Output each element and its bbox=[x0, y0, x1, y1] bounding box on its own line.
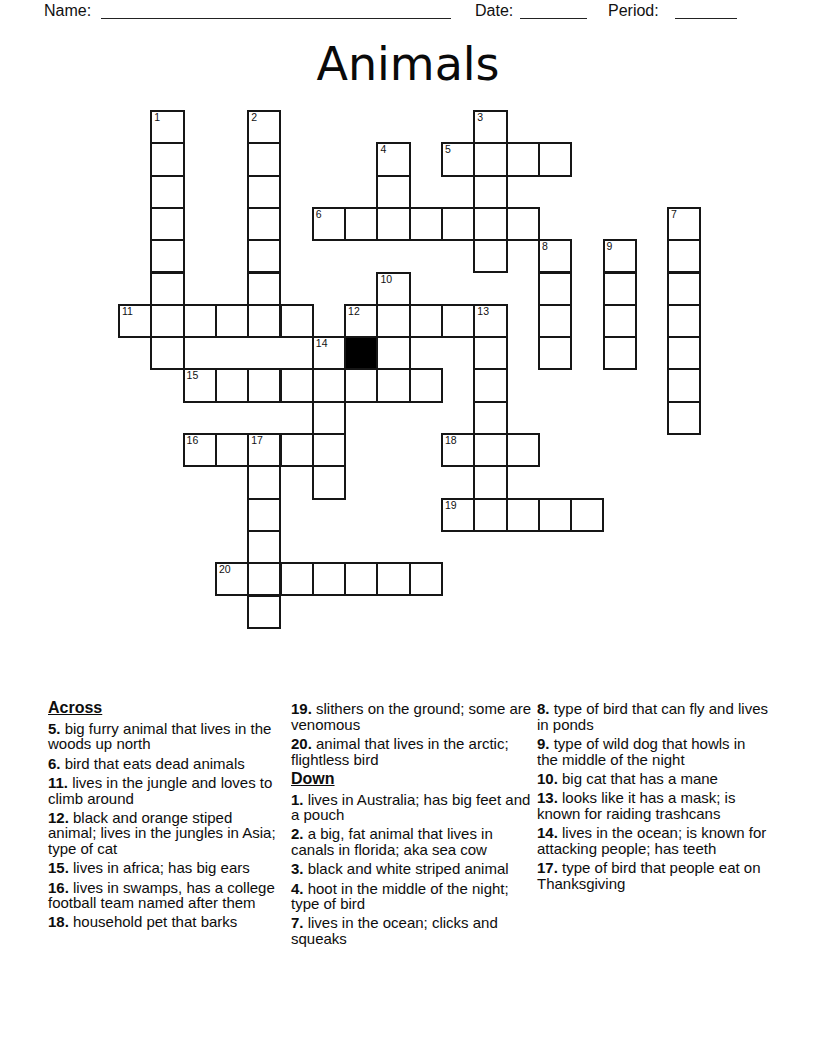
clue-number-cell-label: 16 bbox=[187, 435, 199, 446]
grid-cell[interactable] bbox=[247, 595, 281, 629]
grid-cell[interactable] bbox=[473, 142, 507, 176]
grid-cell[interactable] bbox=[247, 207, 281, 241]
grid-cell[interactable] bbox=[376, 207, 410, 241]
clue-number: 2. bbox=[291, 825, 304, 842]
grid-cell[interactable]: 10 bbox=[376, 272, 410, 306]
grid-cell[interactable]: 17 bbox=[247, 433, 281, 467]
grid-cell[interactable] bbox=[473, 498, 507, 532]
grid-cell[interactable] bbox=[150, 142, 184, 176]
grid-cell[interactable] bbox=[603, 304, 637, 338]
grid-cell[interactable] bbox=[538, 498, 572, 532]
clue-number-cell-label: 7 bbox=[671, 209, 677, 220]
clue-12: 12. black and orange stiped animal; live… bbox=[48, 810, 276, 857]
grid-cell[interactable] bbox=[150, 175, 184, 209]
grid-cell[interactable] bbox=[473, 368, 507, 402]
clue-18: 18. household pet that barks bbox=[48, 914, 276, 930]
grid-cell[interactable] bbox=[473, 401, 507, 435]
grid-cell[interactable] bbox=[344, 562, 378, 596]
grid-cell[interactable]: 19 bbox=[441, 498, 475, 532]
grid-cell[interactable] bbox=[538, 304, 572, 338]
crossword-grid: 1234567891011121314151617181920 bbox=[0, 0, 816, 700]
clue-19: 19. slithers on the ground; some are ven… bbox=[291, 701, 534, 732]
clue-10: 10. big cat that has a mane bbox=[537, 771, 770, 787]
clue-number: 15. bbox=[48, 859, 69, 876]
grid-cell[interactable] bbox=[603, 336, 637, 370]
grid-cell[interactable] bbox=[506, 142, 540, 176]
clue-11: 11. lives in the jungle and loves to cli… bbox=[48, 775, 276, 806]
grid-cell[interactable] bbox=[506, 498, 540, 532]
grid-cell[interactable]: 1 bbox=[150, 110, 184, 144]
grid-cell[interactable] bbox=[667, 336, 701, 370]
clue-14: 14. lives in the ocean; is known for att… bbox=[537, 825, 770, 856]
merged-blank-region bbox=[183, 336, 314, 370]
clue-number: 6. bbox=[48, 755, 61, 772]
grid-cell[interactable] bbox=[150, 272, 184, 306]
grid-cell[interactable] bbox=[150, 304, 184, 338]
clue-number-cell-label: 2 bbox=[251, 112, 257, 123]
clue-number-cell-label: 13 bbox=[477, 306, 489, 317]
grid-cell[interactable]: 9 bbox=[603, 239, 637, 273]
grid-cell[interactable] bbox=[473, 433, 507, 467]
clue-3: 3. black and white striped animal bbox=[291, 861, 534, 877]
clue-number: 3. bbox=[291, 860, 304, 877]
grid-cell[interactable]: 18 bbox=[441, 433, 475, 467]
grid-cell[interactable] bbox=[667, 272, 701, 306]
grid-cell[interactable] bbox=[667, 401, 701, 435]
down-heading: Down bbox=[291, 771, 534, 787]
clue-9: 9. type of wild dog that howls in the mi… bbox=[537, 736, 770, 767]
clue-20: 20. animal that lives in the arctic; fli… bbox=[291, 736, 534, 767]
grid-cell[interactable] bbox=[183, 304, 217, 338]
clue-number-cell-label: 6 bbox=[316, 209, 322, 220]
clue-col-1: Across5. big furry animal that lives in … bbox=[48, 700, 276, 934]
clue-number: 14. bbox=[537, 824, 558, 841]
grid-cell[interactable]: 15 bbox=[183, 368, 217, 402]
clue-15: 15. lives in africa; has big ears bbox=[48, 860, 276, 876]
grid-cell[interactable] bbox=[409, 207, 443, 241]
grid-cell[interactable] bbox=[312, 368, 346, 402]
grid-cell[interactable] bbox=[667, 239, 701, 273]
grid-cell[interactable]: 20 bbox=[215, 562, 249, 596]
grid-cell[interactable] bbox=[473, 465, 507, 499]
grid-cell[interactable] bbox=[247, 175, 281, 209]
grid-cell[interactable] bbox=[538, 336, 572, 370]
grid-cell[interactable] bbox=[280, 304, 314, 338]
clue-number: 7. bbox=[291, 914, 304, 931]
clue-13: 13. looks like it has a mask; is known f… bbox=[537, 790, 770, 821]
clue-number: 8. bbox=[537, 700, 550, 717]
clue-number-cell-label: 9 bbox=[607, 241, 613, 252]
grid-cell[interactable] bbox=[409, 368, 443, 402]
clue-number-cell-label: 19 bbox=[445, 500, 457, 511]
grid-cell[interactable] bbox=[376, 336, 410, 370]
grid-cell[interactable] bbox=[150, 207, 184, 241]
clue-number-cell-label: 1 bbox=[154, 112, 160, 123]
grid-cell[interactable] bbox=[247, 272, 281, 306]
grid-cell[interactable] bbox=[344, 207, 378, 241]
clue-1: 1. lives in Australia; has big feet and … bbox=[291, 792, 534, 823]
grid-cell[interactable]: 12 bbox=[344, 304, 378, 338]
grid-cell[interactable] bbox=[603, 272, 637, 306]
grid-cell[interactable] bbox=[376, 562, 410, 596]
grid-cell[interactable] bbox=[538, 272, 572, 306]
across-heading: Across bbox=[48, 700, 276, 716]
grid-cell[interactable]: 11 bbox=[118, 304, 152, 338]
grid-cell[interactable] bbox=[247, 562, 281, 596]
grid-cell[interactable] bbox=[215, 433, 249, 467]
clue-2: 2. a big, fat animal that lives in canal… bbox=[291, 826, 534, 857]
grid-cell[interactable] bbox=[506, 433, 540, 467]
clue-number: 5. bbox=[48, 720, 61, 737]
clue-number: 9. bbox=[537, 735, 550, 752]
clue-number: 16. bbox=[48, 879, 69, 896]
clue-number: 20. bbox=[291, 735, 312, 752]
clue-number-cell-label: 3 bbox=[477, 112, 483, 123]
grid-cell[interactable]: 2 bbox=[247, 110, 281, 144]
grid-cell[interactable] bbox=[280, 368, 314, 402]
clue-number: 13. bbox=[537, 789, 558, 806]
grid-cell[interactable] bbox=[376, 304, 410, 338]
clue-6: 6. bird that eats dead animals bbox=[48, 756, 276, 772]
grid-cell[interactable] bbox=[247, 498, 281, 532]
clue-number: 17. bbox=[537, 859, 558, 876]
grid-cell[interactable] bbox=[150, 239, 184, 273]
grid-cell[interactable] bbox=[280, 433, 314, 467]
grid-cell[interactable] bbox=[280, 562, 314, 596]
clue-number-cell-label: 14 bbox=[316, 338, 328, 349]
grid-cell[interactable] bbox=[215, 304, 249, 338]
grid-cell[interactable] bbox=[312, 401, 346, 435]
grid-cell[interactable] bbox=[473, 336, 507, 370]
clue-number: 11. bbox=[48, 774, 68, 791]
clue-number-cell-label: 18 bbox=[445, 435, 457, 446]
grid-cell[interactable] bbox=[150, 336, 184, 370]
clue-number-cell-label: 11 bbox=[122, 306, 133, 317]
clue-number-cell-label: 12 bbox=[348, 306, 360, 317]
grid-cell[interactable] bbox=[376, 175, 410, 209]
grid-cell[interactable] bbox=[247, 304, 281, 338]
grid-cell[interactable] bbox=[247, 530, 281, 564]
clue-7: 7. lives in the ocean; clicks and squeak… bbox=[291, 915, 534, 946]
grid-cell[interactable] bbox=[247, 142, 281, 176]
clue-8: 8. type of bird that can fly and lives i… bbox=[537, 701, 770, 732]
grid-cell[interactable]: 6 bbox=[312, 207, 346, 241]
grid-cell[interactable] bbox=[409, 304, 443, 338]
grid-cell[interactable] bbox=[312, 465, 346, 499]
clue-number-cell-label: 10 bbox=[380, 274, 392, 285]
grid-cell[interactable]: 3 bbox=[473, 110, 507, 144]
grid-cell[interactable]: 7 bbox=[667, 207, 701, 241]
clue-number-cell-label: 8 bbox=[542, 241, 548, 252]
grid-cell[interactable] bbox=[376, 368, 410, 402]
grid-cell[interactable] bbox=[667, 368, 701, 402]
grid-cell[interactable] bbox=[344, 368, 378, 402]
grid-cell[interactable]: 4 bbox=[376, 142, 410, 176]
clue-number-cell-label: 17 bbox=[251, 435, 263, 446]
grid-cell[interactable] bbox=[247, 239, 281, 273]
grid-cell[interactable] bbox=[247, 368, 281, 402]
clue-number: 1. bbox=[291, 791, 304, 808]
grid-cell[interactable] bbox=[506, 207, 540, 241]
clue-number-cell-label: 5 bbox=[445, 144, 451, 155]
grid-cell[interactable] bbox=[473, 207, 507, 241]
clue-number: 18. bbox=[48, 913, 69, 930]
black-cell bbox=[344, 336, 378, 370]
clue-16: 16. lives in swamps, has a college footb… bbox=[48, 880, 276, 911]
clue-5: 5. big furry animal that lives in the wo… bbox=[48, 721, 276, 752]
grid-cell[interactable] bbox=[441, 207, 475, 241]
grid-cell[interactable] bbox=[441, 304, 475, 338]
grid-cell[interactable] bbox=[247, 465, 281, 499]
grid-cell[interactable] bbox=[538, 142, 572, 176]
grid-cell[interactable]: 13 bbox=[473, 304, 507, 338]
grid-cell[interactable]: 16 bbox=[183, 433, 217, 467]
clue-number-cell-label: 20 bbox=[219, 564, 231, 575]
grid-cell[interactable]: 8 bbox=[538, 239, 572, 273]
grid-cell[interactable] bbox=[312, 562, 346, 596]
grid-cell[interactable] bbox=[312, 433, 346, 467]
clue-col-3: 8. type of bird that can fly and lives i… bbox=[537, 701, 770, 895]
clue-number: 10. bbox=[537, 770, 558, 787]
grid-cell[interactable] bbox=[215, 368, 249, 402]
clue-col-2: 19. slithers on the ground; some are ven… bbox=[291, 701, 534, 950]
clue-number: 19. bbox=[291, 700, 312, 717]
clue-17: 17. type of bird that people eat on Than… bbox=[537, 860, 770, 891]
grid-cell[interactable]: 5 bbox=[441, 142, 475, 176]
grid-cell[interactable] bbox=[409, 562, 443, 596]
clue-number-cell-label: 4 bbox=[380, 144, 386, 155]
clue-number: 4. bbox=[291, 880, 304, 897]
grid-cell[interactable] bbox=[667, 304, 701, 338]
clue-4: 4. hoot in the middle of the night; type… bbox=[291, 881, 534, 912]
grid-cell[interactable] bbox=[473, 239, 507, 273]
grid-cell[interactable] bbox=[570, 498, 604, 532]
clue-number: 12. bbox=[48, 809, 69, 826]
grid-cell[interactable] bbox=[473, 175, 507, 209]
clue-number-cell-label: 15 bbox=[187, 370, 199, 381]
grid-cell[interactable]: 14 bbox=[312, 336, 346, 370]
